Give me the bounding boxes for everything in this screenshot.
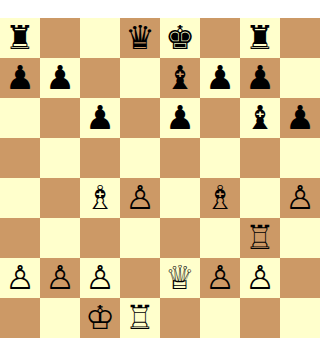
square-g2[interactable]: ♙ — [240, 258, 280, 298]
piece-white-bishop-f4: ♗ — [205, 178, 235, 218]
square-a7[interactable]: ♟ — [0, 58, 40, 98]
square-g7[interactable]: ♟ — [240, 58, 280, 98]
piece-white-pawn-h4: ♙ — [285, 178, 315, 218]
square-e3[interactable] — [160, 218, 200, 258]
piece-black-bishop-e7: ♝ — [165, 58, 195, 98]
square-d8[interactable]: ♛ — [120, 18, 160, 58]
square-g3[interactable]: ♖ — [240, 218, 280, 258]
square-c7[interactable] — [80, 58, 120, 98]
square-h8[interactable] — [280, 18, 320, 58]
chess-board: ♜♛♚♜♟♟♝♟♟♟♟♝♟♗♙♗♙♖♙♙♙♕♙♙♔♖ — [0, 18, 320, 338]
piece-black-pawn-h6: ♟ — [285, 98, 315, 138]
square-e2[interactable]: ♕ — [160, 258, 200, 298]
square-g1[interactable] — [240, 298, 280, 338]
square-g8[interactable]: ♜ — [240, 18, 280, 58]
square-g6[interactable]: ♝ — [240, 98, 280, 138]
title-bar: WCSAC.0886 — [0, 0, 320, 18]
square-b6[interactable] — [40, 98, 80, 138]
square-e4[interactable] — [160, 178, 200, 218]
piece-white-pawn-b2: ♙ — [45, 258, 75, 298]
square-h3[interactable] — [280, 218, 320, 258]
square-h2[interactable] — [280, 258, 320, 298]
piece-white-pawn-c2: ♙ — [85, 258, 115, 298]
piece-black-pawn-g7: ♟ — [245, 58, 275, 98]
square-f3[interactable] — [200, 218, 240, 258]
piece-black-pawn-c6: ♟ — [85, 98, 115, 138]
square-a5[interactable] — [0, 138, 40, 178]
piece-white-bishop-c4: ♗ — [85, 178, 115, 218]
square-a4[interactable] — [0, 178, 40, 218]
square-d6[interactable] — [120, 98, 160, 138]
square-f2[interactable]: ♙ — [200, 258, 240, 298]
square-c8[interactable] — [80, 18, 120, 58]
square-g5[interactable] — [240, 138, 280, 178]
square-d2[interactable] — [120, 258, 160, 298]
square-e7[interactable]: ♝ — [160, 58, 200, 98]
square-b2[interactable]: ♙ — [40, 258, 80, 298]
chess-program-window: WCSAC.0886 ♜♛♚♜♟♟♝♟♟♟♟♝♟♗♙♗♙♖♙♙♙♕♙♙♔♖ 1.… — [0, 0, 320, 360]
piece-black-pawn-b7: ♟ — [45, 58, 75, 98]
square-h5[interactable] — [280, 138, 320, 178]
piece-white-rook-g3: ♖ — [245, 218, 275, 258]
piece-black-pawn-a7: ♟ — [5, 58, 35, 98]
square-f5[interactable] — [200, 138, 240, 178]
square-c2[interactable]: ♙ — [80, 258, 120, 298]
piece-black-king-e8: ♚ — [165, 18, 195, 58]
square-c6[interactable]: ♟ — [80, 98, 120, 138]
square-a2[interactable]: ♙ — [0, 258, 40, 298]
square-d1[interactable]: ♖ — [120, 298, 160, 338]
piece-black-rook-g8: ♜ — [245, 18, 275, 58]
square-f7[interactable]: ♟ — [200, 58, 240, 98]
piece-black-pawn-f7: ♟ — [205, 58, 235, 98]
square-e5[interactable] — [160, 138, 200, 178]
piece-black-queen-d8: ♛ — [125, 18, 155, 58]
square-b4[interactable] — [40, 178, 80, 218]
square-c1[interactable]: ♔ — [80, 298, 120, 338]
square-d4[interactable]: ♙ — [120, 178, 160, 218]
square-c3[interactable] — [80, 218, 120, 258]
square-e1[interactable] — [160, 298, 200, 338]
square-e8[interactable]: ♚ — [160, 18, 200, 58]
piece-black-rook-a8: ♜ — [5, 18, 35, 58]
square-h7[interactable] — [280, 58, 320, 98]
square-b8[interactable] — [40, 18, 80, 58]
square-g4[interactable] — [240, 178, 280, 218]
square-d3[interactable] — [120, 218, 160, 258]
piece-white-pawn-f2: ♙ — [205, 258, 235, 298]
piece-white-pawn-a2: ♙ — [5, 258, 35, 298]
square-a8[interactable]: ♜ — [0, 18, 40, 58]
square-b7[interactable]: ♟ — [40, 58, 80, 98]
piece-white-king-c1: ♔ — [85, 298, 115, 338]
square-b3[interactable] — [40, 218, 80, 258]
piece-white-rook-d1: ♖ — [125, 298, 155, 338]
square-a3[interactable] — [0, 218, 40, 258]
square-a1[interactable] — [0, 298, 40, 338]
square-h6[interactable]: ♟ — [280, 98, 320, 138]
status-bar: 1. ? — [0, 338, 320, 360]
square-e6[interactable]: ♟ — [160, 98, 200, 138]
square-c5[interactable] — [80, 138, 120, 178]
square-h1[interactable] — [280, 298, 320, 338]
piece-black-bishop-g6: ♝ — [245, 98, 275, 138]
square-b5[interactable] — [40, 138, 80, 178]
square-f8[interactable] — [200, 18, 240, 58]
piece-black-pawn-e6: ♟ — [165, 98, 195, 138]
square-d5[interactable] — [120, 138, 160, 178]
piece-white-pawn-g2: ♙ — [245, 258, 275, 298]
piece-white-pawn-d4: ♙ — [125, 178, 155, 218]
piece-white-queen-e2: ♕ — [165, 258, 195, 298]
square-b1[interactable] — [40, 298, 80, 338]
square-f4[interactable]: ♗ — [200, 178, 240, 218]
square-h4[interactable]: ♙ — [280, 178, 320, 218]
square-c4[interactable]: ♗ — [80, 178, 120, 218]
square-d7[interactable] — [120, 58, 160, 98]
square-f1[interactable] — [200, 298, 240, 338]
square-a6[interactable] — [0, 98, 40, 138]
square-f6[interactable] — [200, 98, 240, 138]
